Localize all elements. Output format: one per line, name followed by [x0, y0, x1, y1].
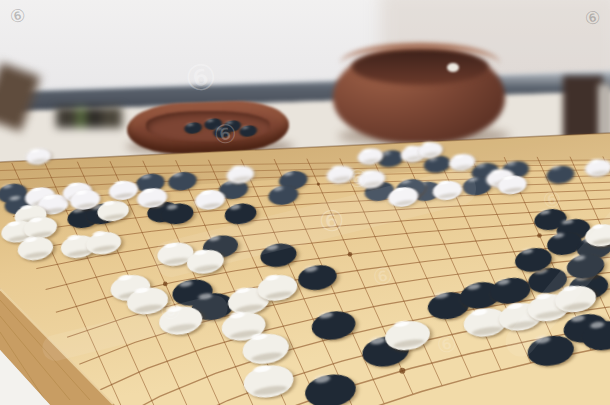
watermark-mark: ⑥ [182, 57, 220, 98]
watermark-mark: ⑥ [435, 331, 459, 357]
watermark-layer: ⑥⑥⑥⑥⑥⑥⑥⑥⑥⑥ [0, 0, 610, 405]
watermark-streak [151, 166, 480, 281]
watermark-mark: ⑥ [541, 188, 564, 212]
watermark-mark: ⑥ [158, 297, 184, 325]
watermark-mark: ⑥ [212, 120, 240, 150]
go-board-photo: ●●●●● ●●●●●●●●●●●●●●●●●●●●●●●●●●●●●●●●●●… [0, 0, 610, 405]
watermark-mark: ⑥ [345, 165, 371, 193]
watermark-streak [40, 292, 231, 363]
watermark-mark: ⑥ [583, 9, 602, 29]
watermark-mark: ⑥ [371, 263, 395, 289]
watermark-mark: ⑥ [8, 7, 27, 27]
